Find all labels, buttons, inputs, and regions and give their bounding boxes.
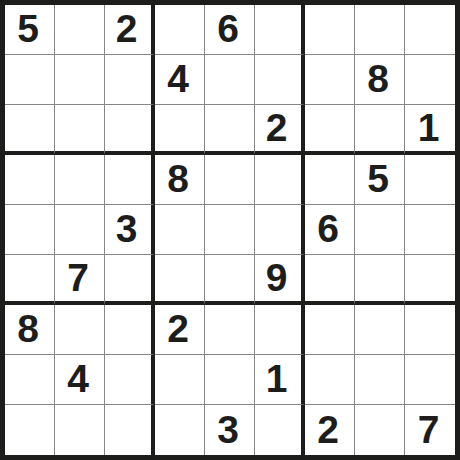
given-digit-r4c4[interactable]: 8 [155,155,205,205]
cell-r1c4[interactable] [155,5,205,55]
cell-r6c4[interactable] [155,255,205,305]
given-digit-r6c2[interactable]: 7 [55,255,105,305]
given-digit-r4c8[interactable]: 5 [355,155,405,205]
given-digit-r1c3[interactable]: 2 [105,5,155,55]
cell-r3c1[interactable] [5,105,55,155]
cell-r8c7[interactable] [305,355,355,405]
given-digit-r3c6[interactable]: 2 [255,105,305,155]
cell-r7c8[interactable] [355,305,405,355]
given-digit-r6c6[interactable]: 9 [255,255,305,305]
cell-r3c8[interactable] [355,105,405,155]
given-digit-r1c5[interactable]: 6 [205,5,255,55]
cell-r3c2[interactable] [55,105,105,155]
cell-r6c8[interactable] [355,255,405,305]
cell-r5c8[interactable] [355,205,405,255]
cell-r8c8[interactable] [355,355,405,405]
cell-r7c2[interactable] [55,305,105,355]
cell-r4c3[interactable] [105,155,155,205]
cell-r7c9[interactable] [405,305,455,355]
cell-r8c5[interactable] [205,355,255,405]
given-digit-r8c6[interactable]: 1 [255,355,305,405]
cell-r2c1[interactable] [5,55,55,105]
cell-r8c1[interactable] [5,355,55,405]
cell-r2c7[interactable] [305,55,355,105]
cell-r5c9[interactable] [405,205,455,255]
cell-r3c4[interactable] [155,105,205,155]
cell-r3c7[interactable] [305,105,355,155]
cell-r1c8[interactable] [355,5,405,55]
given-digit-r5c3[interactable]: 3 [105,205,155,255]
given-digit-r3c9[interactable]: 1 [405,105,455,155]
given-digit-r1c1[interactable]: 5 [5,5,55,55]
given-digit-r5c7[interactable]: 6 [305,205,355,255]
cell-r2c9[interactable] [405,55,455,105]
cell-r4c6[interactable] [255,155,305,205]
cell-r1c6[interactable] [255,5,305,55]
cell-r7c6[interactable] [255,305,305,355]
given-digit-r2c8[interactable]: 8 [355,55,405,105]
cell-r8c3[interactable] [105,355,155,405]
given-digit-r2c4[interactable]: 4 [155,55,205,105]
given-digit-r9c5[interactable]: 3 [205,405,255,455]
cell-r9c3[interactable] [105,405,155,455]
cell-r4c5[interactable] [205,155,255,205]
cell-r4c1[interactable] [5,155,55,205]
cell-r6c3[interactable] [105,255,155,305]
given-digit-r8c2[interactable]: 4 [55,355,105,405]
cell-r5c4[interactable] [155,205,205,255]
cell-r9c1[interactable] [5,405,55,455]
cell-r5c5[interactable] [205,205,255,255]
cell-r2c2[interactable] [55,55,105,105]
cell-r7c5[interactable] [205,305,255,355]
sudoku-board: 52648218536798241327 [0,0,460,460]
cell-r5c6[interactable] [255,205,305,255]
cell-r5c1[interactable] [5,205,55,255]
cell-r9c8[interactable] [355,405,405,455]
cell-r1c9[interactable] [405,5,455,55]
cell-r4c2[interactable] [55,155,105,205]
cell-r1c2[interactable] [55,5,105,55]
cell-r4c9[interactable] [405,155,455,205]
cell-r4c7[interactable] [305,155,355,205]
cell-r7c7[interactable] [305,305,355,355]
cell-r6c7[interactable] [305,255,355,305]
cell-r2c5[interactable] [205,55,255,105]
cell-r7c3[interactable] [105,305,155,355]
cell-r3c5[interactable] [205,105,255,155]
cell-r8c4[interactable] [155,355,205,405]
cell-r6c9[interactable] [405,255,455,305]
cell-r6c5[interactable] [205,255,255,305]
given-digit-r9c9[interactable]: 7 [405,405,455,455]
cell-r2c3[interactable] [105,55,155,105]
cell-r6c1[interactable] [5,255,55,305]
cell-r3c3[interactable] [105,105,155,155]
cell-r5c2[interactable] [55,205,105,255]
cell-r9c4[interactable] [155,405,205,455]
cell-r8c9[interactable] [405,355,455,405]
given-digit-r9c7[interactable]: 2 [305,405,355,455]
cell-r9c2[interactable] [55,405,105,455]
given-digit-r7c4[interactable]: 2 [155,305,205,355]
cell-r1c7[interactable] [305,5,355,55]
cell-r9c6[interactable] [255,405,305,455]
cell-r2c6[interactable] [255,55,305,105]
given-digit-r7c1[interactable]: 8 [5,305,55,355]
